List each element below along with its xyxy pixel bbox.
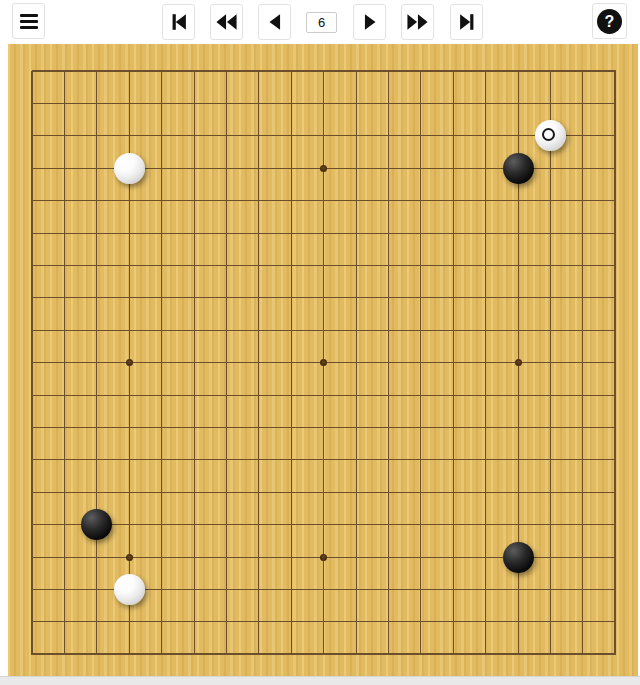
- grid-line-vertical: [614, 71, 616, 655]
- move-number-input[interactable]: [306, 12, 337, 33]
- last-move-marker: [542, 128, 555, 141]
- nav-rewind-button[interactable]: [210, 4, 243, 40]
- grid-line-vertical: [453, 71, 454, 655]
- go-game-viewer: ?: [0, 0, 640, 685]
- go-board[interactable]: [8, 44, 638, 676]
- nav-last-button[interactable]: [450, 4, 483, 40]
- nav-first-button[interactable]: [162, 4, 195, 40]
- grid-line-horizontal: [32, 524, 616, 525]
- stone-black: [503, 542, 534, 573]
- grid-line-horizontal: [32, 621, 616, 622]
- grid-line-vertical: [388, 71, 389, 655]
- menu-button[interactable]: [12, 3, 45, 39]
- stone-white: [114, 574, 145, 605]
- star-point: [320, 554, 327, 561]
- grid-line-horizontal: [32, 395, 616, 396]
- grid-line-vertical: [485, 71, 486, 655]
- nav-prev-button[interactable]: [258, 4, 291, 40]
- grid-line-vertical: [582, 71, 583, 655]
- nav-next-button[interactable]: [353, 4, 386, 40]
- stone-black: [503, 153, 534, 184]
- stone-white: [114, 153, 145, 184]
- star-point: [320, 165, 327, 172]
- star-point: [320, 359, 327, 366]
- hamburger-icon: [20, 14, 38, 29]
- previous-icon: [264, 11, 286, 33]
- nav-forward-button[interactable]: [401, 4, 434, 40]
- grid-line-horizontal: [32, 653, 616, 655]
- next-icon: [359, 11, 381, 33]
- grid-line-vertical: [550, 71, 551, 655]
- grid-line-horizontal: [32, 492, 616, 493]
- grid-line-vertical: [356, 71, 357, 655]
- rewind-icon: [214, 11, 239, 33]
- star-point: [126, 359, 133, 366]
- star-point: [126, 554, 133, 561]
- skip-to-end-icon: [456, 11, 478, 33]
- grid-line-vertical: [420, 71, 421, 655]
- bottom-strip: [0, 676, 640, 685]
- help-icon: ?: [597, 9, 622, 34]
- stone-white: [535, 120, 566, 151]
- grid-line-horizontal: [32, 427, 616, 428]
- stone-black: [81, 509, 112, 540]
- fast-forward-icon: [405, 11, 430, 33]
- skip-to-start-icon: [168, 11, 190, 33]
- star-point: [515, 359, 522, 366]
- help-button[interactable]: ?: [592, 3, 627, 39]
- grid-line-horizontal: [32, 459, 616, 460]
